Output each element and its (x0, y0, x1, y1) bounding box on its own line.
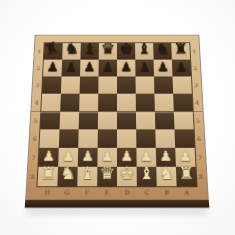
black-queen[interactable]: ♛ (101, 41, 116, 56)
rank-label-8: 8 (197, 167, 206, 186)
rank-label-7: 7 (196, 148, 205, 167)
file-label-e: E (97, 188, 117, 195)
square-h3[interactable] (42, 76, 61, 93)
square-c4[interactable] (136, 94, 155, 112)
square-a8[interactable]: ♜ (176, 167, 197, 186)
black-pawn[interactable]: ♟ (175, 61, 188, 73)
square-c3[interactable] (135, 76, 154, 93)
square-c1[interactable]: ♝ (135, 43, 153, 59)
black-pawn[interactable]: ♟ (65, 61, 78, 73)
chess-board: ♜♞♝♛♚♝♞♜♟♟♟♟♟♟♟♟♟♟♟♟♟♟♟♟♜♞♝♛♚♝♞♜ HGFEDCB… (26, 36, 208, 208)
white-rook[interactable]: ♜ (178, 165, 195, 182)
square-e8[interactable]: ♛ (97, 167, 117, 186)
board-front-edge (25, 200, 209, 207)
file-label-b: B (157, 188, 177, 195)
square-g3[interactable] (61, 76, 80, 93)
square-f3[interactable] (80, 76, 99, 93)
white-knight[interactable]: ♞ (158, 165, 174, 182)
rank-label-4: 4 (32, 94, 41, 112)
square-d6[interactable] (117, 129, 136, 147)
rank-label-7: 7 (29, 148, 38, 167)
white-pawn[interactable]: ♟ (101, 149, 114, 163)
square-e2[interactable]: ♟ (99, 60, 117, 77)
white-pawn[interactable]: ♟ (81, 149, 94, 163)
black-pawn[interactable]: ♟ (138, 61, 150, 73)
rank-label-3: 3 (33, 76, 42, 93)
rank-label-1: 1 (190, 43, 199, 59)
square-d2[interactable]: ♟ (117, 60, 135, 77)
square-f2[interactable]: ♟ (80, 60, 99, 77)
rank-label-8: 8 (28, 167, 37, 186)
square-d1[interactable]: ♚ (117, 43, 135, 59)
square-e5[interactable] (98, 111, 117, 129)
file-label-c: C (137, 188, 157, 195)
file-label-d: D (117, 188, 137, 195)
white-pawn[interactable]: ♟ (62, 149, 75, 163)
square-c5[interactable] (136, 111, 155, 129)
photo-background: ♜♞♝♛♚♝♞♜♟♟♟♟♟♟♟♟♟♟♟♟♟♟♟♟♜♞♝♛♚♝♞♜ HGFEDCB… (0, 0, 235, 235)
square-h2[interactable]: ♟ (43, 60, 62, 77)
rank-label-6: 6 (195, 129, 204, 147)
square-e4[interactable] (98, 94, 117, 112)
black-rook[interactable]: ♜ (42, 40, 60, 58)
black-pawn[interactable]: ♟ (46, 61, 59, 73)
white-bishop[interactable]: ♝ (139, 165, 155, 182)
square-h6[interactable] (39, 129, 59, 147)
square-d5[interactable] (117, 111, 136, 129)
square-g6[interactable] (59, 129, 79, 147)
square-a1[interactable]: ♜ (171, 43, 190, 59)
square-g1[interactable]: ♞ (62, 43, 81, 59)
square-b6[interactable] (155, 129, 175, 147)
fold-hinge-line (31, 111, 203, 112)
square-g5[interactable] (60, 111, 80, 129)
rank-label-6: 6 (30, 129, 39, 147)
white-pawn[interactable]: ♟ (120, 149, 133, 163)
white-bishop[interactable]: ♝ (79, 165, 95, 182)
square-b2[interactable]: ♟ (154, 60, 173, 77)
square-h5[interactable] (40, 111, 60, 129)
file-label-g: G (57, 188, 77, 195)
file-label-a: A (177, 188, 197, 195)
square-e3[interactable] (98, 76, 117, 93)
black-pawn[interactable]: ♟ (83, 61, 95, 73)
square-g8[interactable]: ♞ (57, 167, 77, 186)
black-pawn[interactable]: ♟ (102, 61, 114, 73)
square-a5[interactable] (174, 111, 194, 129)
square-a2[interactable]: ♟ (172, 60, 191, 77)
white-pawn[interactable]: ♟ (159, 149, 172, 163)
black-knight[interactable]: ♞ (155, 41, 170, 56)
file-labels: HGFEDCBA (37, 188, 197, 195)
square-b3[interactable] (154, 76, 173, 93)
white-queen[interactable]: ♛ (99, 165, 115, 182)
rank-label-4: 4 (193, 94, 202, 112)
square-b1[interactable]: ♞ (153, 43, 172, 59)
black-pawn[interactable]: ♟ (157, 61, 170, 73)
black-bishop[interactable]: ♝ (137, 41, 152, 56)
square-c2[interactable]: ♟ (135, 60, 154, 77)
square-h1[interactable]: ♜ (44, 43, 63, 59)
white-knight[interactable]: ♞ (59, 165, 75, 182)
black-bishop[interactable]: ♝ (82, 41, 97, 56)
rank-label-2: 2 (34, 60, 43, 77)
white-rook[interactable]: ♜ (40, 165, 57, 182)
rank-label-5: 5 (194, 111, 203, 129)
rank-label-2: 2 (191, 60, 200, 77)
rank-label-3: 3 (192, 76, 201, 93)
black-rook[interactable]: ♜ (173, 41, 188, 56)
white-pawn[interactable]: ♟ (179, 149, 193, 163)
square-f8[interactable]: ♝ (77, 167, 97, 186)
square-c6[interactable] (136, 129, 156, 147)
square-f1[interactable]: ♝ (80, 43, 98, 59)
square-a3[interactable] (172, 76, 191, 93)
square-d4[interactable] (117, 94, 136, 112)
square-g2[interactable]: ♟ (62, 60, 81, 77)
square-a6[interactable] (174, 129, 194, 147)
square-a4[interactable] (173, 94, 193, 112)
square-c8[interactable]: ♝ (137, 167, 157, 186)
square-f6[interactable] (78, 129, 98, 147)
file-label-h: H (37, 188, 57, 195)
square-b5[interactable] (155, 111, 175, 129)
white-king[interactable]: ♚ (119, 165, 135, 182)
square-e6[interactable] (98, 129, 117, 147)
square-e1[interactable]: ♛ (99, 43, 117, 59)
file-label-f: F (77, 188, 97, 195)
white-pawn[interactable]: ♟ (140, 149, 153, 163)
square-f4[interactable] (79, 94, 98, 112)
rank-label-5: 5 (31, 111, 40, 129)
square-b4[interactable] (154, 94, 173, 112)
square-f5[interactable] (79, 111, 98, 129)
square-h8[interactable]: ♜ (37, 167, 58, 186)
square-d8[interactable]: ♚ (117, 167, 137, 186)
white-pawn[interactable]: ♟ (42, 149, 56, 163)
black-pawn[interactable]: ♟ (120, 61, 132, 73)
black-knight[interactable]: ♞ (64, 41, 79, 56)
square-g4[interactable] (60, 94, 79, 112)
square-d3[interactable] (117, 76, 136, 93)
black-king[interactable]: ♚ (119, 41, 134, 56)
playing-squares: ♜♞♝♛♚♝♞♜♟♟♟♟♟♟♟♟♟♟♟♟♟♟♟♟♜♞♝♛♚♝♞♜ (37, 43, 196, 186)
square-h4[interactable] (41, 94, 61, 112)
square-b8[interactable]: ♞ (156, 167, 176, 186)
